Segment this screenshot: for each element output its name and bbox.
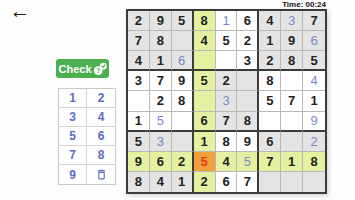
digit-given: 2	[200, 175, 207, 188]
cell-r3c9[interactable]: 5	[303, 51, 325, 71]
digit-given: 8	[157, 34, 164, 47]
numpad-key-2[interactable]: 2	[87, 89, 115, 108]
cell-r8c5[interactable]: 4	[216, 152, 238, 172]
delete-key[interactable]	[87, 165, 115, 184]
digit-user: 6	[310, 34, 317, 47]
cell-r2c9[interactable]: 6	[303, 31, 325, 51]
cell-r8c6[interactable]: 5	[237, 152, 259, 172]
numpad-key-7[interactable]: 7	[59, 146, 87, 165]
cell-r1c8[interactable]: 3	[281, 11, 303, 31]
digit-given: 1	[310, 94, 317, 107]
check-button-label: Check	[58, 63, 91, 75]
digit-user: 3	[222, 94, 229, 107]
cell-r2c7[interactable]: 1	[259, 31, 281, 51]
cell-r4c7[interactable]: 8	[259, 71, 281, 91]
numpad-key-1[interactable]: 1	[59, 89, 87, 108]
digit-given: 6	[222, 175, 229, 188]
digit-given: 8	[200, 14, 207, 27]
cell-r7c4[interactable]: 1	[194, 132, 216, 152]
cell-r4c3[interactable]: 9	[172, 71, 194, 91]
digit-given: 1	[178, 175, 185, 188]
digit-given: 1	[157, 54, 164, 67]
digit-given: 7	[157, 74, 164, 87]
cell-r4c2[interactable]: 7	[150, 71, 172, 91]
cell-r9c5[interactable]: 6	[216, 172, 238, 192]
cell-r1c9[interactable]: 7	[303, 11, 325, 31]
cell-r6c9[interactable]: 9	[303, 112, 325, 132]
cell-r3c5[interactable]	[216, 51, 238, 71]
cell-r6c2[interactable]: 5	[150, 112, 172, 132]
cell-r1c3[interactable]: 5	[172, 11, 194, 31]
cell-r6c3[interactable]	[172, 112, 194, 132]
cell-r3c1[interactable]: 4	[128, 51, 150, 71]
digit-given: 2	[244, 34, 251, 47]
timer-label: Time: 00:24	[282, 0, 326, 9]
digit-given: 9	[157, 14, 164, 27]
digit-given: 8	[222, 135, 229, 148]
digit-user: 3	[288, 14, 295, 27]
fact-check-icon: ?	[93, 62, 107, 76]
digit-given: 8	[266, 74, 273, 87]
cell-r3c2[interactable]: 1	[150, 51, 172, 71]
numpad-key-label: 3	[69, 110, 76, 124]
cell-r8c4[interactable]: 5	[194, 152, 216, 172]
cell-r4c4[interactable]: 5	[194, 71, 216, 91]
numpad-key-label: 6	[98, 129, 105, 143]
cell-r5c7[interactable]: 5	[259, 91, 281, 111]
cell-r3c8[interactable]: 8	[281, 51, 303, 71]
digit-given: 1	[200, 135, 207, 148]
cell-r7c6[interactable]: 9	[237, 132, 259, 152]
cell-r1c7[interactable]: 4	[259, 11, 281, 31]
digit-given: 5	[266, 94, 273, 107]
cell-r9c3[interactable]: 1	[172, 172, 194, 192]
digit-given: 1	[266, 34, 273, 47]
digit-given: 8	[288, 54, 295, 67]
cell-r8c2[interactable]: 6	[150, 152, 172, 172]
cell-r7c2[interactable]: 3	[150, 132, 172, 152]
digit-given: 9	[178, 74, 185, 87]
digit-given: 7	[266, 155, 273, 168]
digit-given: 6	[244, 14, 251, 27]
cell-r4c8[interactable]	[281, 71, 303, 91]
cell-r5c5[interactable]: 3	[216, 91, 238, 111]
digit-given: 6	[157, 155, 164, 168]
digit-given: 2	[222, 74, 229, 87]
cell-r4c9[interactable]: 4	[303, 71, 325, 91]
digit-user: 1	[222, 14, 229, 27]
digit-user: 2	[310, 135, 317, 148]
cell-r9c9[interactable]	[303, 172, 325, 192]
digit-given: 7	[222, 114, 229, 127]
digit-given: 4	[135, 54, 142, 67]
cell-r7c1[interactable]: 5	[128, 132, 150, 152]
digit-given: 8	[244, 114, 251, 127]
check-button[interactable]: Check ?	[56, 59, 109, 78]
sudoku-screen: ← Time: 00:24 Check ? 123456789 29581643…	[0, 0, 355, 200]
trash-icon	[95, 168, 108, 181]
cell-r1c2[interactable]: 9	[150, 11, 172, 31]
digit-given: 8	[135, 175, 142, 188]
cell-r4c1[interactable]: 3	[128, 71, 150, 91]
cell-r1c6[interactable]: 6	[237, 11, 259, 31]
digit-given: 1	[288, 155, 295, 168]
number-pad: 123456789	[58, 88, 116, 185]
numpad-key-label: 4	[98, 110, 105, 124]
digit-given: 2	[178, 155, 185, 168]
digit-given: 7	[135, 34, 142, 47]
digit-user: 5	[157, 114, 164, 127]
digit-given: 4	[222, 155, 229, 168]
numpad-key-6[interactable]: 6	[87, 127, 115, 146]
digit-given: 5	[200, 74, 207, 87]
cell-r7c5[interactable]: 8	[216, 132, 238, 152]
cell-r7c9[interactable]: 2	[303, 132, 325, 152]
cell-r2c4[interactable]: 4	[194, 31, 216, 51]
cell-r8c8[interactable]: 1	[281, 152, 303, 172]
cell-r5c8[interactable]: 7	[281, 91, 303, 111]
cell-r1c4[interactable]: 8	[194, 11, 216, 31]
digit-given: 5	[310, 54, 317, 67]
cell-r6c4[interactable]: 6	[194, 112, 216, 132]
back-arrow-icon: ←	[10, 0, 31, 23]
cell-r9c7[interactable]	[259, 172, 281, 192]
back-button[interactable]: ←	[7, 0, 33, 24]
cell-r8c9[interactable]: 8	[303, 152, 325, 172]
digit-given: 4	[266, 14, 273, 27]
cell-r6c8[interactable]	[281, 112, 303, 132]
digit-given: 7	[244, 175, 251, 188]
cell-r5c6[interactable]	[237, 91, 259, 111]
digit-user: 3	[157, 135, 164, 148]
cell-r6c1[interactable]: 1	[128, 112, 150, 132]
numpad-key-9[interactable]: 9	[59, 165, 87, 184]
cell-r1c5[interactable]: 1	[216, 11, 238, 31]
digit-given: 2	[135, 14, 142, 27]
digit-given: 8	[310, 155, 317, 168]
digit-given: 9	[135, 155, 142, 168]
cell-r9c6[interactable]: 7	[237, 172, 259, 192]
digit-user: 6	[178, 54, 185, 67]
cell-r3c6[interactable]: 3	[237, 51, 259, 71]
numpad-key-label: 7	[69, 148, 76, 162]
cell-r9c8[interactable]	[281, 172, 303, 192]
sudoku-grid: 2958164377845219641632853795284283571156…	[126, 9, 327, 194]
digit-given: 2	[266, 54, 273, 67]
digit-given: 5	[222, 34, 229, 47]
digit-user: 4	[310, 74, 317, 87]
digit-given: 6	[200, 114, 207, 127]
cell-r7c7[interactable]: 6	[259, 132, 281, 152]
digit-given: 3	[135, 74, 142, 87]
digit-given: 7	[310, 14, 317, 27]
cell-r7c8[interactable]	[281, 132, 303, 152]
digit-given: 9	[244, 135, 251, 148]
cell-r9c4[interactable]: 2	[194, 172, 216, 192]
digit-given: 5	[135, 135, 142, 148]
cell-r3c3[interactable]: 6	[172, 51, 194, 71]
cell-r9c1[interactable]: 8	[128, 172, 150, 192]
digit-error: 5	[200, 155, 207, 168]
numpad-key-4[interactable]: 4	[87, 108, 115, 127]
digit-given: 5	[178, 14, 185, 27]
cell-r5c4[interactable]	[194, 91, 216, 111]
cell-r8c1[interactable]: 9	[128, 152, 150, 172]
digit-given: 4	[157, 175, 164, 188]
cell-r2c6[interactable]: 2	[237, 31, 259, 51]
digit-given: 9	[288, 34, 295, 47]
cell-r2c8[interactable]: 9	[281, 31, 303, 51]
digit-given: 1	[135, 114, 142, 127]
numpad-key-label: 8	[98, 148, 105, 162]
cell-r2c2[interactable]: 8	[150, 31, 172, 51]
numpad-key-label: 9	[69, 168, 76, 182]
cell-r4c6[interactable]	[237, 71, 259, 91]
digit-user: 5	[244, 155, 251, 168]
cell-r1c1[interactable]: 2	[128, 11, 150, 31]
cell-r8c3[interactable]: 2	[172, 152, 194, 172]
digit-given: 4	[200, 34, 207, 47]
digit-given: 8	[178, 94, 185, 107]
cell-r2c3[interactable]	[172, 31, 194, 51]
cell-r8c7[interactable]: 7	[259, 152, 281, 172]
cell-r3c4[interactable]	[194, 51, 216, 71]
digit-given: 7	[288, 94, 295, 107]
numpad-key-label: 2	[98, 91, 105, 105]
numpad-key-label: 1	[69, 91, 76, 105]
digit-given: 2	[157, 94, 164, 107]
numpad-key-8[interactable]: 8	[87, 146, 115, 165]
numpad-key-label: 5	[69, 129, 76, 143]
cell-r6c5[interactable]: 7	[216, 112, 238, 132]
cell-r9c2[interactable]: 4	[150, 172, 172, 192]
cell-r6c7[interactable]	[259, 112, 281, 132]
numpad-key-5[interactable]: 5	[59, 127, 87, 146]
cell-r2c1[interactable]: 7	[128, 31, 150, 51]
cell-r4c5[interactable]: 2	[216, 71, 238, 91]
cell-r2c5[interactable]: 5	[216, 31, 238, 51]
cell-r7c3[interactable]	[172, 132, 194, 152]
digit-user: 9	[310, 114, 317, 127]
svg-text:?: ?	[96, 67, 100, 74]
numpad-key-3[interactable]: 3	[59, 108, 87, 127]
cell-r3c7[interactable]: 2	[259, 51, 281, 71]
digit-given: 3	[244, 54, 251, 67]
cell-r6c6[interactable]: 8	[237, 112, 259, 132]
cell-r5c3[interactable]: 8	[172, 91, 194, 111]
digit-given: 6	[266, 135, 273, 148]
cell-r5c2[interactable]: 2	[150, 91, 172, 111]
cell-r5c9[interactable]: 1	[303, 91, 325, 111]
cell-r5c1[interactable]	[128, 91, 150, 111]
